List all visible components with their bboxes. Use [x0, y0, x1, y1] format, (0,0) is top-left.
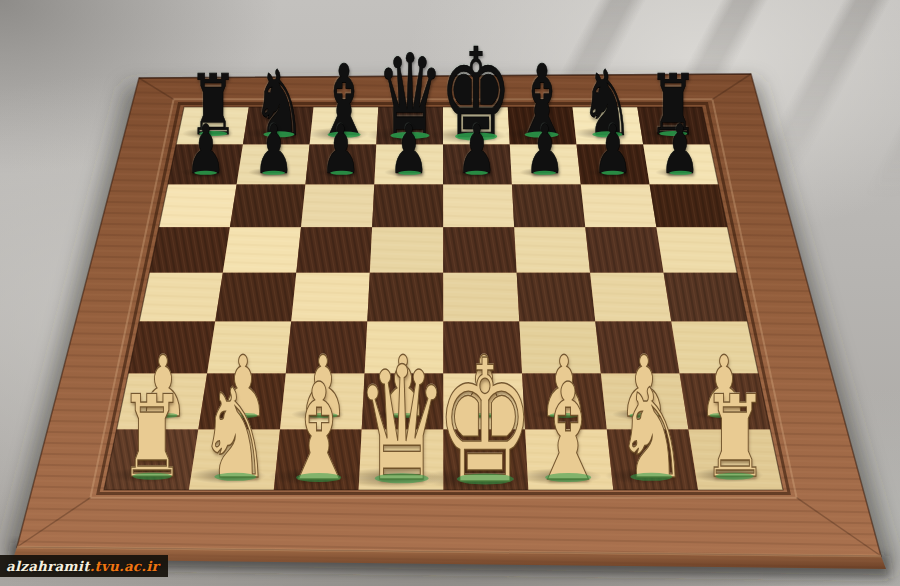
square-e4[interactable]: [443, 273, 519, 322]
square-f6[interactable]: [512, 185, 585, 228]
watermark-site-suffix: .tvu.ac.ir: [90, 558, 159, 574]
square-c5[interactable]: [296, 227, 372, 272]
piece-black-pawn-a7[interactable]: ♟: [183, 132, 230, 184]
black-pawn-icon: ♟: [389, 116, 429, 184]
piece-black-pawn-e7[interactable]: ♟: [454, 132, 501, 184]
piece-white-knight-g1[interactable]: ♞: [609, 402, 694, 497]
square-e6[interactable]: [443, 185, 514, 228]
piece-black-pawn-f7[interactable]: ♟: [521, 132, 568, 184]
white-bishop-icon: ♝: [529, 366, 608, 500]
black-pawn-icon: ♟: [593, 116, 633, 184]
square-b6[interactable]: [230, 185, 306, 228]
chess-photo-scene: ♜♞♝♛♚♝♞♜♟♟♟♟♟♟♟♟♟♟♟♟♟♟♟♟♜♞♝♛♚♝♞♜ alzahra…: [0, 0, 900, 586]
watermark-site-prefix: alzahramit: [6, 558, 90, 574]
square-h5[interactable]: [656, 227, 737, 272]
white-king-icon: ♚: [435, 338, 534, 508]
square-h4[interactable]: [664, 273, 748, 322]
square-a5[interactable]: [149, 227, 230, 272]
watermark: alzahramit.tvu.ac.ir: [0, 555, 168, 577]
piece-black-pawn-g7[interactable]: ♟: [589, 132, 636, 184]
piece-white-rook-a1[interactable]: ♜: [113, 408, 191, 495]
piece-black-pawn-c7[interactable]: ♟: [318, 132, 365, 184]
white-rook-icon: ♜: [119, 381, 186, 495]
square-d5[interactable]: [370, 227, 443, 272]
square-a6[interactable]: [159, 185, 237, 228]
black-pawn-icon: ♟: [322, 116, 362, 184]
square-a4[interactable]: [139, 273, 223, 322]
square-h6[interactable]: [650, 185, 728, 228]
black-pawn-icon: ♟: [186, 116, 226, 184]
black-pawn-icon: ♟: [457, 116, 497, 184]
white-knight-icon: ♞: [615, 374, 688, 498]
white-knight-icon: ♞: [199, 374, 272, 498]
black-pawn-icon: ♟: [254, 116, 294, 184]
square-f5[interactable]: [514, 227, 590, 272]
square-b4[interactable]: [215, 273, 296, 322]
piece-black-pawn-b7[interactable]: ♟: [250, 132, 297, 184]
square-d4[interactable]: [367, 273, 443, 322]
piece-black-pawn-d7[interactable]: ♟: [386, 132, 433, 184]
black-pawn-icon: ♟: [660, 116, 700, 184]
square-c6[interactable]: [301, 185, 374, 228]
square-g5[interactable]: [585, 227, 663, 272]
square-c4[interactable]: [291, 273, 370, 322]
piece-white-bishop-f1[interactable]: ♝: [522, 397, 614, 500]
square-f4[interactable]: [517, 273, 596, 322]
square-e5[interactable]: [443, 227, 517, 272]
white-rook-icon: ♜: [702, 381, 769, 495]
square-b5[interactable]: [223, 227, 301, 272]
square-d6[interactable]: [372, 185, 443, 228]
piece-white-knight-b1[interactable]: ♞: [193, 402, 278, 497]
square-g4[interactable]: [590, 273, 671, 322]
black-pawn-icon: ♟: [525, 116, 565, 184]
piece-black-pawn-h7[interactable]: ♟: [657, 132, 704, 184]
piece-white-rook-h1[interactable]: ♜: [696, 408, 774, 495]
square-g6[interactable]: [581, 185, 657, 228]
